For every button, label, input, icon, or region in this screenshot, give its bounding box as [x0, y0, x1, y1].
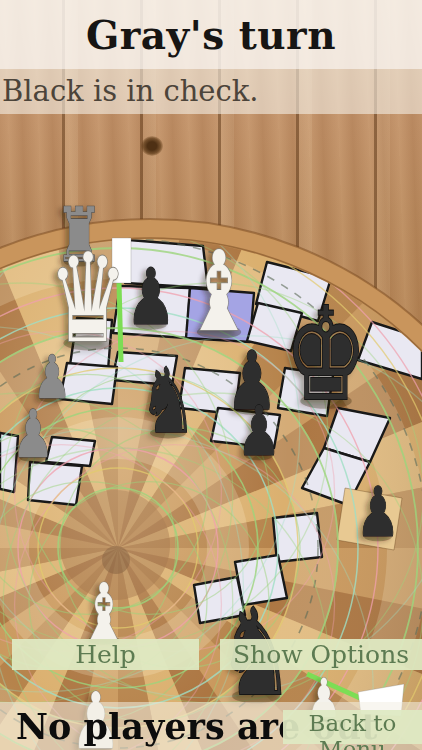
- black-king[interactable]: ♚: [284, 279, 367, 429]
- page-title: Gray's turn: [0, 0, 422, 71]
- app-screen: ♜♟♝♛♟♚♟♞♟♟♟♝♞♟♟ Gray's turn Black is in …: [0, 0, 422, 750]
- show-options-button[interactable]: Show Options: [220, 639, 422, 670]
- help-button[interactable]: Help: [12, 639, 199, 670]
- black-knight[interactable]: ♞: [139, 348, 197, 452]
- black-pawn[interactable]: ♟: [237, 391, 282, 471]
- black-pawn[interactable]: ♟: [356, 472, 401, 552]
- gray-pawn[interactable]: ♟: [12, 396, 55, 473]
- back-to-menu-button[interactable]: Back to Menu: [283, 710, 422, 744]
- check-message: Black is in check.: [0, 69, 422, 114]
- turn-banner: Gray's turn: [0, 0, 422, 69]
- black-pawn[interactable]: ♟: [126, 252, 176, 343]
- check-banner: Black is in check.: [0, 69, 422, 114]
